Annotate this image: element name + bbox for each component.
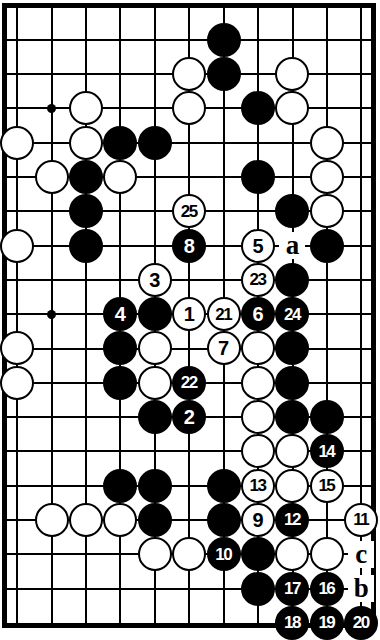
- stone-black: [207, 469, 241, 503]
- stone-black-17: 17: [275, 572, 309, 606]
- stone-white: [0, 331, 34, 365]
- stone-white: [0, 366, 34, 400]
- stone-black: [241, 537, 275, 571]
- stone-white: [69, 91, 103, 125]
- move-number: 23: [250, 271, 266, 288]
- stone-black-4: 4: [103, 297, 137, 331]
- stone-white-13: 13: [241, 469, 275, 503]
- move-number: 11: [353, 511, 368, 528]
- stone-white: [172, 57, 206, 91]
- stone-white-11: 11: [344, 503, 378, 537]
- stone-white: [0, 229, 34, 263]
- stone-black: [103, 331, 137, 365]
- stone-white: [241, 366, 275, 400]
- move-number: 9: [252, 509, 263, 529]
- stone-black: [103, 469, 137, 503]
- stone-white: [275, 434, 309, 468]
- go-board: 2585a323412162472221413159121110c1716b18…: [0, 0, 378, 640]
- stone-white-25: 25: [172, 194, 206, 228]
- stone-white: [275, 57, 309, 91]
- stone-black-14: 14: [310, 434, 344, 468]
- stone-white: [310, 537, 344, 571]
- stone-black-16: 16: [310, 572, 344, 606]
- stone-black: [275, 194, 309, 228]
- stone-black: [103, 126, 137, 160]
- move-number: 16: [318, 580, 334, 597]
- move-number: 10: [215, 545, 231, 562]
- move-number: 3: [149, 269, 160, 289]
- stone-white-21: 21: [207, 297, 241, 331]
- stone-white: [172, 537, 206, 571]
- stone-white: [103, 160, 137, 194]
- stone-black: [69, 229, 103, 263]
- move-number: 22: [181, 374, 197, 391]
- stone-black: [138, 469, 172, 503]
- point-label-a: a: [279, 232, 305, 259]
- move-number: 4: [115, 304, 126, 324]
- stone-white-23: 23: [241, 263, 275, 297]
- move-number: 1: [184, 304, 195, 324]
- stone-white: [35, 503, 69, 537]
- stone-white-5: 5: [241, 229, 275, 263]
- stone-black: [275, 366, 309, 400]
- point-label-c: c: [348, 541, 374, 568]
- stone-white: [103, 503, 137, 537]
- move-number: 2: [184, 407, 195, 427]
- move-number: 5: [252, 235, 263, 255]
- stone-black: [207, 57, 241, 91]
- stone-black-8: 8: [172, 229, 206, 263]
- stone-white: [241, 434, 275, 468]
- stone-white: [310, 126, 344, 160]
- move-number: 8: [184, 235, 195, 255]
- stone-white: [69, 503, 103, 537]
- stone-white: [138, 331, 172, 365]
- stone-black-22: 22: [172, 366, 206, 400]
- stone-white: [0, 126, 34, 160]
- move-number: 14: [318, 442, 334, 459]
- move-number: 13: [250, 477, 266, 494]
- stone-white-15: 15: [310, 469, 344, 503]
- move-number: 15: [318, 477, 334, 494]
- stone-black: [241, 91, 275, 125]
- stone-black: [103, 366, 137, 400]
- stone-black: [138, 400, 172, 434]
- stone-black-24: 24: [275, 297, 309, 331]
- stone-black: [69, 194, 103, 228]
- stone-black: [241, 572, 275, 606]
- move-number: 6: [252, 304, 263, 324]
- move-number: 7: [218, 338, 229, 358]
- stone-black-2: 2: [172, 400, 206, 434]
- stone-white: [275, 469, 309, 503]
- stone-white-9: 9: [241, 503, 275, 537]
- stone-black-19: 19: [310, 606, 344, 640]
- go-diagram: 2585a323412162472221413159121110c1716b18…: [0, 0, 380, 640]
- move-number: 12: [284, 511, 300, 528]
- stone-white: [138, 366, 172, 400]
- move-number: 24: [284, 305, 300, 322]
- point-label-b: b: [348, 575, 374, 602]
- move-number: 21: [215, 305, 231, 322]
- stone-white: [138, 537, 172, 571]
- move-number: 25: [181, 202, 197, 219]
- stone-white: [241, 400, 275, 434]
- stone-black: [207, 23, 241, 57]
- stone-black: [275, 400, 309, 434]
- stone-white: [310, 194, 344, 228]
- move-number: 17: [284, 580, 300, 597]
- stone-white: [241, 331, 275, 365]
- stone-black-6: 6: [241, 297, 275, 331]
- stone-black-18: 18: [275, 606, 309, 640]
- stone-white: [310, 160, 344, 194]
- stone-black: [69, 160, 103, 194]
- stone-black: [241, 160, 275, 194]
- stone-white: [35, 160, 69, 194]
- stone-black: [138, 126, 172, 160]
- stone-white: [172, 91, 206, 125]
- stone-black: [275, 331, 309, 365]
- stone-black: [138, 503, 172, 537]
- stone-white: [275, 91, 309, 125]
- stone-black: [275, 263, 309, 297]
- stone-white: [69, 126, 103, 160]
- move-number: 19: [318, 614, 334, 631]
- stone-black: [310, 229, 344, 263]
- stone-black-12: 12: [275, 503, 309, 537]
- stone-white: [275, 537, 309, 571]
- stone-black-20: 20: [344, 606, 378, 640]
- stone-white-1: 1: [172, 297, 206, 331]
- stone-white-3: 3: [138, 263, 172, 297]
- stone-black: [310, 400, 344, 434]
- move-number: 20: [353, 614, 369, 631]
- stone-black: [207, 503, 241, 537]
- stone-white-7: 7: [207, 331, 241, 365]
- stone-black-10: 10: [207, 537, 241, 571]
- stone-black: [138, 297, 172, 331]
- move-number: 18: [284, 614, 300, 631]
